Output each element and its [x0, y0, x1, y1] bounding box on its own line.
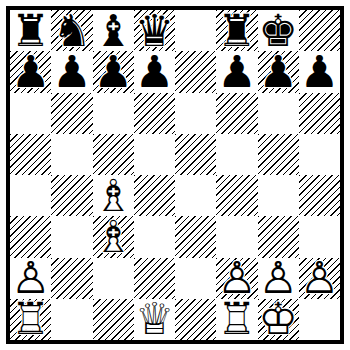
square-a7[interactable]: ♟♟	[10, 51, 51, 92]
square-e6[interactable]	[175, 93, 216, 134]
square-f6[interactable]	[216, 93, 257, 134]
square-d4[interactable]	[134, 175, 175, 216]
black-pawn-glyph: ♟	[300, 50, 339, 94]
black-pawn-glyph: ♟	[217, 50, 256, 94]
white-pawn[interactable]: ♟♙	[299, 258, 340, 299]
black-pawn-glyph: ♟	[93, 50, 132, 94]
square-c1[interactable]	[93, 299, 134, 340]
square-e1[interactable]	[175, 299, 216, 340]
white-pawn-glyph: ♙	[300, 256, 339, 300]
square-b1[interactable]	[51, 299, 92, 340]
black-pawn[interactable]: ♟♟	[93, 51, 134, 92]
square-g6[interactable]	[258, 93, 299, 134]
square-d3[interactable]	[134, 216, 175, 257]
white-rook[interactable]: ♜♖	[216, 299, 257, 340]
white-bishop[interactable]: ♝♗	[93, 216, 134, 257]
square-d1[interactable]: ♛♕	[134, 299, 175, 340]
square-e4[interactable]	[175, 175, 216, 216]
black-pawn[interactable]: ♟♟	[134, 51, 175, 92]
square-d7[interactable]: ♟♟	[134, 51, 175, 92]
square-b3[interactable]	[51, 216, 92, 257]
square-b7[interactable]: ♟♟	[51, 51, 92, 92]
square-h4[interactable]	[299, 175, 340, 216]
square-d5[interactable]	[134, 134, 175, 175]
square-b2[interactable]	[51, 258, 92, 299]
black-pawn[interactable]: ♟♟	[216, 51, 257, 92]
square-e7[interactable]	[175, 51, 216, 92]
white-king-glyph: ♔	[258, 297, 297, 341]
white-bishop-glyph: ♗	[93, 215, 132, 259]
white-rook[interactable]: ♜♖	[10, 299, 51, 340]
square-f4[interactable]	[216, 175, 257, 216]
black-pawn-glyph: ♟	[258, 50, 297, 94]
square-b4[interactable]	[51, 175, 92, 216]
white-king[interactable]: ♚♔	[258, 299, 299, 340]
square-d6[interactable]	[134, 93, 175, 134]
square-c2[interactable]	[93, 258, 134, 299]
square-c7[interactable]: ♟♟	[93, 51, 134, 92]
white-rook-glyph: ♖	[217, 297, 256, 341]
white-rook-glyph: ♖	[11, 297, 50, 341]
black-pawn[interactable]: ♟♟	[299, 51, 340, 92]
square-g1[interactable]: ♚♔	[258, 299, 299, 340]
square-c3[interactable]: ♝♗	[93, 216, 134, 257]
square-b5[interactable]	[51, 134, 92, 175]
square-f7[interactable]: ♟♟	[216, 51, 257, 92]
square-a5[interactable]	[10, 134, 51, 175]
square-f1[interactable]: ♜♖	[216, 299, 257, 340]
black-pawn[interactable]: ♟♟	[10, 51, 51, 92]
square-h5[interactable]	[299, 134, 340, 175]
square-b6[interactable]	[51, 93, 92, 134]
black-pawn-glyph: ♟	[11, 50, 50, 94]
square-e2[interactable]	[175, 258, 216, 299]
black-pawn-glyph: ♟	[135, 50, 174, 94]
square-g4[interactable]	[258, 175, 299, 216]
square-g7[interactable]: ♟♟	[258, 51, 299, 92]
square-f5[interactable]	[216, 134, 257, 175]
black-pawn[interactable]: ♟♟	[51, 51, 92, 92]
square-e5[interactable]	[175, 134, 216, 175]
square-h6[interactable]	[299, 93, 340, 134]
square-h7[interactable]: ♟♟	[299, 51, 340, 92]
black-pawn-glyph: ♟	[52, 50, 91, 94]
square-e3[interactable]	[175, 216, 216, 257]
square-h1[interactable]	[299, 299, 340, 340]
white-queen-glyph: ♕	[135, 297, 174, 341]
square-e8[interactable]	[175, 10, 216, 51]
white-queen[interactable]: ♛♕	[134, 299, 175, 340]
square-c6[interactable]	[93, 93, 134, 134]
square-a4[interactable]	[10, 175, 51, 216]
square-a1[interactable]: ♜♖	[10, 299, 51, 340]
chess-board: ♜♜♞♞♝♝♛♛♜♜♚♚♟♟♟♟♟♟♟♟♟♟♟♟♟♟♝♗♝♗♟♙♟♙♟♙♟♙♜♖…	[6, 6, 344, 344]
square-g5[interactable]	[258, 134, 299, 175]
square-h2[interactable]: ♟♙	[299, 258, 340, 299]
black-pawn[interactable]: ♟♟	[258, 51, 299, 92]
square-a6[interactable]	[10, 93, 51, 134]
